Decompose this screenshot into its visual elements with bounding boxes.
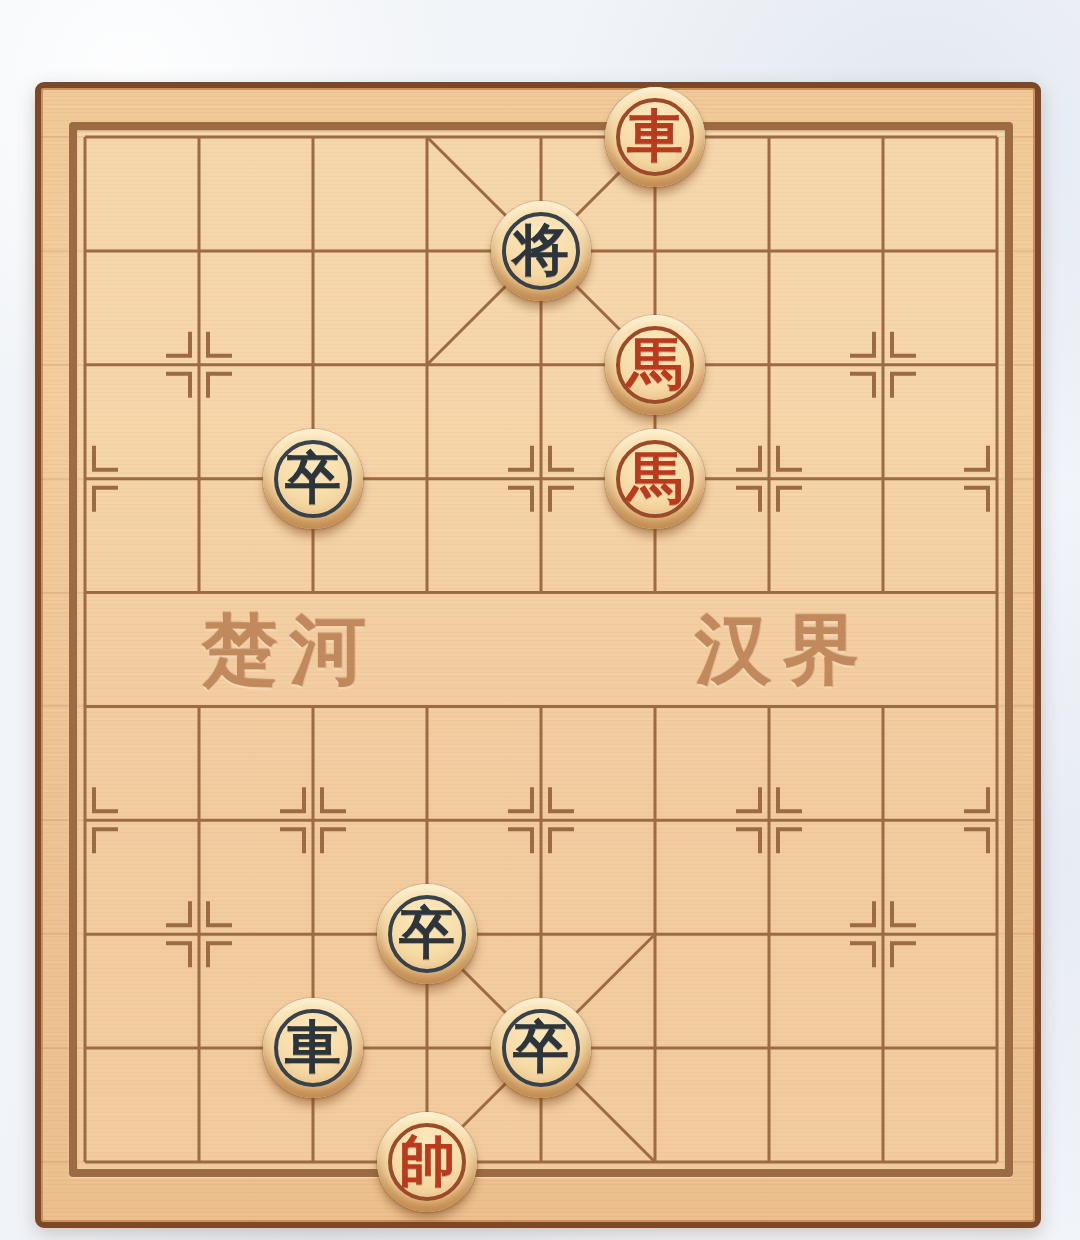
piece-black-soldier[interactable]: 卒 xyxy=(491,998,591,1098)
piece-glyph: 車 xyxy=(605,87,705,187)
piece-black-chariot[interactable]: 車 xyxy=(263,998,363,1098)
piece-black-general[interactable]: 将 xyxy=(491,201,591,301)
piece-red-horse[interactable]: 馬 xyxy=(605,315,705,415)
xiangqi-board[interactable]: 楚河 汉界 車将馬馬卒卒車卒帥 xyxy=(35,82,1041,1228)
piece-black-soldier[interactable]: 卒 xyxy=(377,884,477,984)
piece-glyph: 卒 xyxy=(263,429,363,529)
piece-glyph: 帥 xyxy=(377,1112,477,1212)
piece-glyph: 卒 xyxy=(377,884,477,984)
piece-glyph: 馬 xyxy=(605,429,705,529)
river-label-hanjie: 汉界 xyxy=(695,600,871,703)
piece-red-general[interactable]: 帥 xyxy=(377,1112,477,1212)
piece-glyph: 車 xyxy=(263,998,363,1098)
piece-red-horse[interactable]: 馬 xyxy=(605,429,705,529)
river-label-chuhe: 楚河 xyxy=(202,600,378,703)
piece-glyph: 将 xyxy=(491,201,591,301)
piece-red-chariot[interactable]: 車 xyxy=(605,87,705,187)
piece-black-soldier[interactable]: 卒 xyxy=(263,429,363,529)
piece-glyph: 卒 xyxy=(491,998,591,1098)
piece-glyph: 馬 xyxy=(605,315,705,415)
